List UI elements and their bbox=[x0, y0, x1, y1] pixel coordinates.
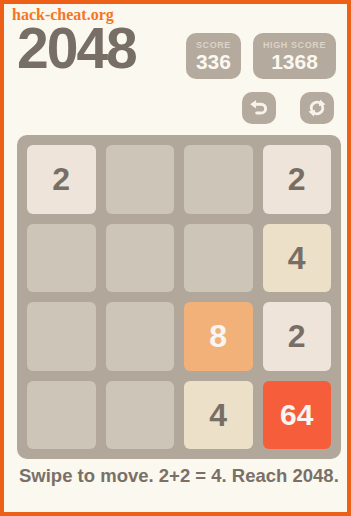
empty-cell bbox=[106, 224, 175, 293]
empty-cell bbox=[184, 224, 253, 293]
tile-2: 2 bbox=[263, 145, 332, 214]
score-box: SCORE 336 bbox=[186, 33, 241, 79]
tile-2: 2 bbox=[27, 145, 96, 214]
app-frame: hack-cheat.org 2048 SCORE 336 HIGH SCORE… bbox=[0, 0, 351, 516]
empty-cell bbox=[184, 145, 253, 214]
tile-64: 64 bbox=[263, 381, 332, 450]
score-value: 336 bbox=[196, 50, 231, 73]
tile-4: 4 bbox=[263, 224, 332, 293]
game-board[interactable]: 22482464 bbox=[17, 135, 341, 459]
refresh-button[interactable] bbox=[300, 92, 334, 124]
empty-cell bbox=[106, 302, 175, 371]
refresh-icon bbox=[306, 97, 328, 119]
high-score-box: HIGH SCORE 1368 bbox=[253, 33, 336, 79]
undo-button[interactable] bbox=[242, 92, 276, 124]
empty-cell bbox=[106, 145, 175, 214]
control-buttons bbox=[242, 92, 334, 124]
empty-cell bbox=[106, 381, 175, 450]
instructions-text: Swipe to move. 2+2 = 4. Reach 2048. bbox=[19, 465, 339, 487]
high-score-label: HIGH SCORE bbox=[263, 40, 326, 50]
empty-cell bbox=[27, 302, 96, 371]
score-label: SCORE bbox=[196, 40, 231, 50]
empty-cell bbox=[27, 224, 96, 293]
empty-cell bbox=[27, 381, 96, 450]
page-title: 2048 bbox=[17, 20, 136, 77]
tile-4: 4 bbox=[184, 381, 253, 450]
high-score-value: 1368 bbox=[271, 50, 318, 73]
tile-8: 8 bbox=[184, 302, 253, 371]
tile-2: 2 bbox=[263, 302, 332, 371]
score-area: SCORE 336 HIGH SCORE 1368 bbox=[186, 33, 336, 79]
undo-icon bbox=[248, 97, 270, 119]
